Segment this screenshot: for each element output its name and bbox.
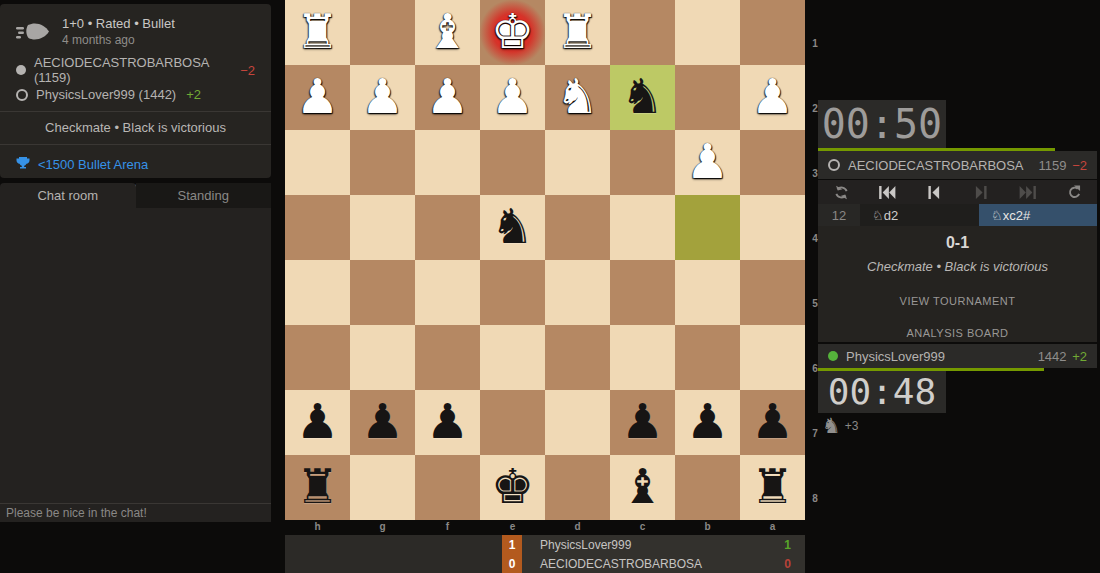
square-b1[interactable] <box>675 0 740 65</box>
file-label-h: h <box>285 520 350 534</box>
captured-knight-icon: ♞ <box>822 415 841 437</box>
score-points: 1 <box>784 535 805 554</box>
square-b4[interactable] <box>675 195 740 260</box>
square-d6[interactable] <box>545 325 610 390</box>
game-score-cell: 0 <box>502 554 522 573</box>
player-name: PhysicsLover999 <box>846 349 945 364</box>
score-points: 0 <box>784 554 805 573</box>
square-a5[interactable] <box>740 260 805 325</box>
black-rook[interactable]: ♜ <box>740 455 805 520</box>
move-controls <box>818 180 1097 204</box>
square-c7[interactable]: ♟ <box>610 390 675 455</box>
black-pawn[interactable]: ♟ <box>350 390 415 455</box>
file-label-e: e <box>480 520 545 534</box>
score-player-name: PhysicsLover999 <box>522 535 784 554</box>
square-c5[interactable] <box>610 260 675 325</box>
tournament-line: <1500 Bullet Arena <box>0 152 271 173</box>
square-h8[interactable]: ♜ <box>285 455 350 520</box>
online-indicator-icon <box>828 351 838 361</box>
file-label-c: c <box>610 520 675 534</box>
analysis-icon[interactable] <box>1059 182 1089 202</box>
white-knight[interactable]: ♞ <box>545 65 610 130</box>
square-b5[interactable] <box>675 260 740 325</box>
chat-tabs: Chat room Standing <box>0 183 271 208</box>
material-advantage: +3 <box>845 419 859 433</box>
white-pawn[interactable]: ♟ <box>415 65 480 130</box>
square-h5[interactable] <box>285 260 350 325</box>
square-d7[interactable] <box>545 390 610 455</box>
white-player-row: AECIODECASTROBARBOSA 1159 −2 <box>818 151 1097 179</box>
rating-delta: +2 <box>186 87 201 102</box>
black-pawn[interactable]: ♟ <box>415 390 480 455</box>
score-row-loser[interactable]: 0 AECIODECASTROBARBOSA 0 <box>285 554 805 573</box>
trophy-icon <box>16 156 30 173</box>
view-tournament-link[interactable]: VIEW TOURNAMENT <box>818 295 1097 307</box>
square-g4[interactable] <box>350 195 415 260</box>
previous-move-button[interactable] <box>919 182 949 202</box>
result-score: 0-1 <box>818 234 1097 252</box>
clock-white-time: 00:50 <box>822 101 942 147</box>
square-h4[interactable] <box>285 195 350 260</box>
player-name: AECIODECASTROBARBOSA <box>848 158 1024 173</box>
rating-delta: −2 <box>1072 158 1087 173</box>
tab-chat-room[interactable]: Chat room <box>0 183 136 208</box>
white-pawn[interactable]: ♟ <box>675 130 740 195</box>
chess-board[interactable]: ♜♝♚♜♟♟♟♟♞♞♟♟♞♟♟♟♟♟♟♜♚♝♜ <box>285 0 805 520</box>
tournament-link[interactable]: <1500 Bullet Arena <box>38 157 148 172</box>
divider <box>0 144 271 145</box>
last-move-button[interactable] <box>1012 182 1042 202</box>
square-a3[interactable] <box>740 130 805 195</box>
rating-delta: −2 <box>240 63 255 78</box>
rating-delta: +2 <box>1072 349 1087 364</box>
square-c4[interactable] <box>610 195 675 260</box>
square-f8[interactable] <box>415 455 480 520</box>
black-rook[interactable]: ♜ <box>285 455 350 520</box>
square-a8[interactable]: ♜ <box>740 455 805 520</box>
result-box: 0-1 Checkmate • Black is victorious VIEW… <box>818 226 1097 342</box>
move-black-selected[interactable]: ♘xc2# <box>979 204 1097 226</box>
game-control-panel: 00:50 AECIODECASTROBARBOSA 1159 −2 <box>818 0 1097 573</box>
square-d5[interactable] <box>545 260 610 325</box>
square-e7[interactable] <box>480 390 545 455</box>
square-d3[interactable] <box>545 130 610 195</box>
game-sidebar: 1+0 • Rated • Bullet 4 months ago AECIOD… <box>0 0 271 573</box>
file-label-f: f <box>415 520 480 534</box>
board-area: ♜♝♚♜♟♟♟♟♞♞♟♟♞♟♟♟♟♟♟♜♚♝♜ 12345678 hgfedcb… <box>285 0 825 573</box>
black-bishop[interactable]: ♝ <box>610 455 675 520</box>
square-a4[interactable] <box>740 195 805 260</box>
square-a6[interactable] <box>740 325 805 390</box>
square-a7[interactable]: ♟ <box>740 390 805 455</box>
game-meta-head: 1+0 • Rated • Bullet 4 months ago <box>0 14 271 54</box>
move-white[interactable]: ♘d2 <box>860 204 979 226</box>
square-e4[interactable]: ♞ <box>480 195 545 260</box>
first-move-button[interactable] <box>873 182 903 202</box>
white-rook[interactable]: ♜ <box>285 0 350 65</box>
square-e2[interactable]: ♟ <box>480 65 545 130</box>
square-g2[interactable]: ♟ <box>350 65 415 130</box>
square-h3[interactable] <box>285 130 350 195</box>
square-g5[interactable] <box>350 260 415 325</box>
player-rating: 1159 −2 <box>1039 158 1087 173</box>
lichess-game-page: 1+0 • Rated • Bullet 4 months ago AECIOD… <box>0 0 1100 573</box>
square-b8[interactable] <box>675 455 740 520</box>
bullet-icon <box>16 19 50 48</box>
square-d1[interactable]: ♜ <box>545 0 610 65</box>
game-meta-card: 1+0 • Rated • Bullet 4 months ago AECIOD… <box>0 4 271 178</box>
chat-input[interactable] <box>0 503 271 522</box>
white-rook[interactable]: ♜ <box>545 0 610 65</box>
square-e5[interactable] <box>480 260 545 325</box>
black-king[interactable]: ♚ <box>480 455 545 520</box>
tournament-score-table: 1 PhysicsLover999 1 0 AECIODECASTROBARBO… <box>285 535 805 573</box>
file-label-a: a <box>740 520 805 534</box>
square-g6[interactable] <box>350 325 415 390</box>
square-g8[interactable] <box>350 455 415 520</box>
white-bishop[interactable]: ♝ <box>415 0 480 65</box>
white-king[interactable]: ♚ <box>480 0 545 65</box>
white-pawn[interactable]: ♟ <box>350 65 415 130</box>
square-f2[interactable]: ♟ <box>415 65 480 130</box>
score-player-name: AECIODECASTROBARBOSA <box>522 554 784 573</box>
square-f4[interactable] <box>415 195 480 260</box>
square-h6[interactable] <box>285 325 350 390</box>
file-label-g: g <box>350 520 415 534</box>
game-status: Checkmate • Black is victorious <box>0 119 271 136</box>
file-label-d: d <box>545 520 610 534</box>
square-e1[interactable]: ♚ <box>480 0 545 65</box>
black-player-row: PhysicsLover999 1442 +2 <box>818 344 1097 368</box>
square-h7[interactable]: ♟ <box>285 390 350 455</box>
move-list-row: 12 ♘d2 ♘xc2# <box>818 204 1097 226</box>
clock-black-time: 00:48 <box>828 371 936 412</box>
next-move-button[interactable] <box>966 182 996 202</box>
captured-pieces: ♞ +3 <box>822 415 859 437</box>
white-pawn[interactable]: ♟ <box>480 65 545 130</box>
game-setup: 1+0 • Rated • Bullet <box>62 16 175 31</box>
white-player-line: PhysicsLover999 (1442) +2 <box>0 86 271 103</box>
move-number: 12 <box>818 204 860 226</box>
file-label-b: b <box>675 520 740 534</box>
black-pawn[interactable]: ♟ <box>740 390 805 455</box>
analysis-board-link[interactable]: ANALYSIS BOARD <box>818 327 1097 339</box>
square-h2[interactable]: ♟ <box>285 65 350 130</box>
square-e3[interactable] <box>480 130 545 195</box>
square-d4[interactable] <box>545 195 610 260</box>
square-c6[interactable] <box>610 325 675 390</box>
square-f7[interactable]: ♟ <box>415 390 480 455</box>
square-f1[interactable]: ♝ <box>415 0 480 65</box>
square-b2[interactable] <box>675 65 740 130</box>
clock-white: 00:50 <box>818 100 946 148</box>
tab-standing[interactable]: Standing <box>136 183 272 208</box>
black-color-icon <box>16 65 26 75</box>
white-pawn[interactable]: ♟ <box>285 65 350 130</box>
square-c3[interactable] <box>610 130 675 195</box>
square-b3[interactable]: ♟ <box>675 130 740 195</box>
square-b7[interactable]: ♟ <box>675 390 740 455</box>
black-pawn[interactable]: ♟ <box>675 390 740 455</box>
square-a2[interactable]: ♟ <box>740 65 805 130</box>
chat-messages <box>0 208 271 503</box>
white-pawn[interactable]: ♟ <box>740 65 805 130</box>
player-rating: 1442 +2 <box>1038 349 1087 364</box>
score-row-winner[interactable]: 1 PhysicsLover999 1 <box>285 535 805 554</box>
clock-black: 00:48 <box>818 371 946 413</box>
square-e8[interactable]: ♚ <box>480 455 545 520</box>
result-status: Checkmate • Black is victorious <box>818 259 1097 274</box>
square-d2[interactable]: ♞ <box>545 65 610 130</box>
board-file-labels: hgfedcba <box>285 520 805 534</box>
square-b6[interactable] <box>675 325 740 390</box>
white-color-icon <box>16 89 28 101</box>
square-g7[interactable]: ♟ <box>350 390 415 455</box>
square-c2[interactable]: ♞ <box>610 65 675 130</box>
square-d8[interactable] <box>545 455 610 520</box>
square-g1[interactable] <box>350 0 415 65</box>
square-g3[interactable] <box>350 130 415 195</box>
player-name-rating: PhysicsLover999 (1442) <box>36 87 176 102</box>
black-knight[interactable]: ♞ <box>610 65 675 130</box>
white-color-icon <box>828 159 840 171</box>
square-a1[interactable] <box>740 0 805 65</box>
game-score-cell: 1 <box>502 535 522 554</box>
game-date: 4 months ago <box>62 33 175 47</box>
square-f3[interactable] <box>415 130 480 195</box>
sync-icon[interactable] <box>826 182 856 202</box>
black-pawn[interactable]: ♟ <box>610 390 675 455</box>
square-e6[interactable] <box>480 325 545 390</box>
square-c8[interactable]: ♝ <box>610 455 675 520</box>
black-player-line: AECIODECASTROBARBOSA (1159) −2 <box>0 54 271 86</box>
player-name-rating: AECIODECASTROBARBOSA (1159) <box>34 55 230 85</box>
square-c1[interactable] <box>610 0 675 65</box>
square-h1[interactable]: ♜ <box>285 0 350 65</box>
black-pawn[interactable]: ♟ <box>285 390 350 455</box>
square-f5[interactable] <box>415 260 480 325</box>
square-f6[interactable] <box>415 325 480 390</box>
black-knight[interactable]: ♞ <box>480 195 545 260</box>
divider <box>0 111 271 112</box>
